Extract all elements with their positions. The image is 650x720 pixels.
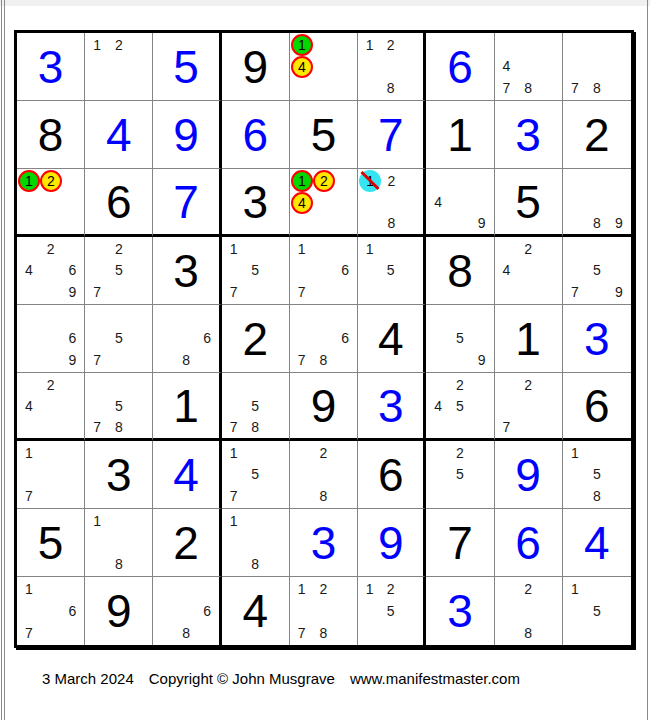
candidate-pos-9 — [130, 416, 152, 437]
given-digit: 3 — [242, 179, 268, 225]
candidate-8: 8 — [320, 625, 328, 641]
cell-r5c3[interactable]: 68 — [153, 305, 221, 373]
candidate-pos-7 — [427, 485, 449, 507]
cell-r3c4[interactable]: 3 — [222, 169, 290, 237]
candidate-4-yellow-circle[interactable]: 4 — [291, 56, 313, 78]
cell-r7c8[interactable]: 9 — [495, 441, 563, 509]
solved-digit: 3 — [584, 316, 610, 362]
candidate-pos-5 — [40, 600, 62, 622]
cell-r1c9[interactable]: 78 — [563, 33, 631, 101]
cell-r5c1[interactable]: 69 — [17, 305, 85, 373]
cell-r6c1[interactable]: 24 — [17, 373, 85, 441]
candidate-pos-6 — [608, 464, 630, 486]
candidate-7: 7 — [230, 419, 238, 435]
cell-r8c4[interactable]: 18 — [222, 509, 290, 577]
candidate-pos-7 — [154, 349, 175, 371]
candidate-1: 1 — [230, 241, 238, 257]
candidate-9: 9 — [68, 284, 76, 300]
candidate-2: 2 — [115, 37, 123, 53]
given-digit: 5 — [38, 520, 64, 566]
candidate-pos-2 — [380, 238, 401, 260]
window-right-border — [647, 0, 648, 720]
given-digit: 2 — [173, 520, 199, 566]
candidate-pos-6 — [539, 56, 561, 78]
candidate-6: 6 — [341, 262, 349, 278]
candidate-pos-1 — [564, 238, 586, 260]
candidate-1-cyan-circle-struck[interactable]: 1 — [359, 170, 381, 192]
cell-r5c8[interactable]: 1 — [495, 305, 563, 373]
cell-r1c8[interactable]: 478 — [495, 33, 563, 101]
candidate-4-yellow-circle[interactable]: 4 — [291, 192, 313, 214]
candidate-pos-1 — [496, 238, 518, 260]
cell-r4c9[interactable]: 579 — [563, 237, 631, 305]
cell-r7c9[interactable]: 158 — [563, 441, 631, 509]
candidate-grid: 28 — [291, 442, 356, 507]
candidate-pos-5 — [108, 532, 130, 554]
cell-r9c8[interactable]: 28 — [495, 577, 563, 645]
candidate-8: 8 — [524, 80, 532, 96]
cell-r4c3[interactable]: 3 — [153, 237, 221, 305]
candidate-pos-4 — [86, 395, 108, 416]
candidate-pos-9 — [335, 214, 356, 233]
candidate-7: 7 — [503, 80, 511, 96]
cell-r7c3[interactable]: 4 — [153, 441, 221, 509]
candidate-pos-8 — [108, 281, 130, 303]
candidate-8: 8 — [388, 215, 396, 231]
given-digit: 7 — [447, 520, 473, 566]
candidate-pos-1: 1 — [359, 170, 381, 192]
candidate-pos-6 — [471, 191, 493, 212]
candidate-pos-1: 1 — [359, 34, 380, 56]
candidate-pos-6 — [130, 328, 152, 350]
cell-r6c9[interactable]: 6 — [563, 373, 631, 441]
candidate-9: 9 — [68, 352, 76, 368]
candidate-pos-9 — [130, 349, 152, 371]
candidate-pos-9 — [539, 77, 561, 99]
candidate-pos-1: 1 — [291, 578, 313, 600]
cell-r3c1[interactable]: 12 — [17, 169, 85, 237]
candidate-pos-8: 8 — [586, 485, 608, 507]
candidate-grid: 24 — [496, 238, 561, 303]
given-digit: 4 — [378, 316, 404, 362]
candidate-pos-6: 6 — [334, 328, 356, 350]
candidate-7: 7 — [230, 488, 238, 504]
candidate-pos-5: 5 — [244, 260, 266, 282]
candidate-pos-6 — [401, 260, 422, 282]
cell-r6c8[interactable]: 27 — [495, 373, 563, 441]
cell-r2c9[interactable]: 2 — [563, 101, 631, 169]
candidate-8: 8 — [251, 419, 259, 435]
cell-r5c2[interactable]: 57 — [85, 305, 153, 373]
candidate-pos-2 — [244, 374, 266, 395]
candidate-pos-7 — [564, 485, 586, 507]
cell-r7c4[interactable]: 157 — [222, 441, 290, 509]
cell-r9c2[interactable]: 9 — [85, 577, 153, 645]
candidate-grid: 18 — [86, 510, 151, 575]
candidate-pos-7 — [86, 553, 108, 575]
candidate-pos-6 — [402, 192, 423, 213]
candidate-grid: 25 — [427, 442, 492, 507]
candidate-2: 2 — [456, 445, 464, 461]
candidate-pos-7 — [291, 78, 313, 99]
cell-r8c3[interactable]: 2 — [153, 509, 221, 577]
candidate-pos-8 — [40, 213, 62, 234]
candidate-pos-6 — [539, 395, 561, 416]
candidate-pos-7: 7 — [18, 622, 40, 644]
candidate-pos-5 — [517, 395, 539, 416]
solved-digit: 3 — [311, 520, 337, 566]
cell-r7c2[interactable]: 3 — [85, 441, 153, 509]
candidate-pos-7 — [154, 622, 175, 644]
candidate-pos-2 — [586, 170, 608, 191]
candidate-pos-3 — [334, 238, 356, 260]
cell-r6c7[interactable]: 245 — [426, 373, 494, 441]
cell-r9c1[interactable]: 167 — [17, 577, 85, 645]
candidate-pos-8 — [517, 281, 539, 303]
cell-r7c5[interactable]: 28 — [290, 441, 358, 509]
candidate-pos-9 — [266, 485, 288, 507]
candidate-8: 8 — [115, 556, 123, 572]
candidate-pos-5 — [586, 191, 608, 212]
candidate-pos-2: 2 — [380, 34, 401, 56]
candidate-pos-1: 1 — [359, 238, 380, 260]
candidate-pos-9 — [61, 622, 83, 644]
candidate-pos-1: 1 — [18, 442, 40, 464]
candidate-pos-6 — [608, 260, 630, 282]
given-digit: 2 — [242, 316, 268, 362]
candidate-pos-2 — [40, 306, 62, 328]
cell-r9c3[interactable]: 68 — [153, 577, 221, 645]
cell-r4c2[interactable]: 257 — [85, 237, 153, 305]
cell-r5c7[interactable]: 59 — [426, 305, 494, 373]
candidate-pos-8 — [108, 349, 130, 371]
cell-r8c5[interactable]: 3 — [290, 509, 358, 577]
footer-website: www.manifestmaster.com — [350, 670, 520, 687]
candidate-1: 1 — [298, 581, 306, 597]
candidate-pos-7: 7 — [291, 622, 313, 644]
candidate-6: 6 — [68, 330, 76, 346]
candidate-grid: 68 — [154, 578, 217, 644]
candidate-pos-7 — [359, 622, 380, 644]
candidate-pos-2 — [108, 510, 130, 532]
cell-r4c4[interactable]: 157 — [222, 237, 290, 305]
candidate-pos-1 — [496, 374, 518, 395]
candidate-pos-4 — [496, 395, 518, 416]
cell-r1c6[interactable]: 128 — [358, 33, 426, 101]
candidate-pos-4: 4 — [496, 260, 518, 282]
candidate-pos-1: 1 — [223, 442, 245, 464]
cell-r2c5[interactable]: 5 — [290, 101, 358, 169]
candidate-pos-3 — [130, 34, 152, 56]
cell-r3c2[interactable]: 6 — [85, 169, 153, 237]
candidate-pos-9 — [401, 77, 422, 99]
cell-r3c9[interactable]: 89 — [563, 169, 631, 237]
candidate-pos-7 — [359, 77, 380, 99]
candidate-pos-3 — [608, 170, 630, 191]
candidate-pos-2: 2 — [108, 34, 130, 56]
candidate-pos-3 — [130, 374, 152, 395]
cell-r6c3[interactable]: 1 — [153, 373, 221, 441]
cell-r9c4[interactable]: 4 — [222, 577, 290, 645]
candidate-pos-6 — [61, 464, 83, 486]
cell-r9c7[interactable]: 3 — [426, 577, 494, 645]
candidate-2: 2 — [387, 581, 395, 597]
candidate-pos-6 — [608, 191, 630, 212]
candidate-1-green-circle[interactable]: 1 — [291, 170, 313, 192]
candidate-pos-8 — [40, 349, 62, 371]
solved-digit: 6 — [242, 112, 268, 158]
candidate-1-green-circle[interactable]: 1 — [291, 34, 313, 56]
cell-r6c6[interactable]: 3 — [358, 373, 426, 441]
candidate-pos-2: 2 — [517, 374, 539, 395]
candidate-pos-6 — [608, 600, 630, 622]
cell-r1c1[interactable]: 3 — [17, 33, 85, 101]
candidate-pos-4 — [291, 464, 313, 486]
cell-r4c5[interactable]: 167 — [290, 237, 358, 305]
candidate-pos-6 — [62, 192, 83, 213]
candidate-pos-7 — [86, 77, 108, 99]
cell-r2c4[interactable]: 6 — [222, 101, 290, 169]
candidate-4: 4 — [434, 194, 442, 210]
candidate-pos-7 — [564, 212, 586, 233]
solved-digit: 9 — [515, 452, 541, 498]
cell-r8c6[interactable]: 9 — [358, 509, 426, 577]
candidate-pos-9: 9 — [61, 349, 83, 371]
candidate-8: 8 — [593, 488, 601, 504]
candidate-pos-1: 1 — [18, 170, 40, 192]
candidate-pos-1: 1 — [223, 238, 245, 260]
candidate-pos-9 — [471, 416, 493, 437]
candidate-pos-3 — [401, 578, 422, 600]
candidate-pos-9 — [197, 622, 218, 644]
cell-r5c6[interactable]: 4 — [358, 305, 426, 373]
cell-r3c7[interactable]: 49 — [426, 169, 494, 237]
candidate-pos-3 — [61, 306, 83, 328]
candidate-pos-5 — [40, 328, 62, 350]
candidate-pos-2 — [40, 578, 62, 600]
candidate-pos-9 — [130, 281, 152, 303]
candidate-pos-3 — [539, 34, 561, 56]
cell-r9c9[interactable]: 15 — [563, 577, 631, 645]
candidate-2-yellow-circle[interactable]: 2 — [313, 170, 335, 192]
cell-r3c5[interactable]: 124 — [290, 169, 358, 237]
cell-r9c6[interactable]: 125 — [358, 577, 426, 645]
solved-digit: 6 — [515, 520, 541, 566]
cell-r1c4[interactable]: 9 — [222, 33, 290, 101]
candidate-pos-9 — [608, 485, 630, 507]
candidate-pos-9 — [334, 281, 356, 303]
cell-r2c2[interactable]: 4 — [85, 101, 153, 169]
cell-r8c8[interactable]: 6 — [495, 509, 563, 577]
candidate-pos-5 — [313, 464, 335, 486]
candidate-pos-6: 6 — [61, 328, 83, 350]
candidate-pos-1 — [291, 306, 313, 328]
cell-r8c7[interactable]: 7 — [426, 509, 494, 577]
sudoku-board: 3125914128647878849657132126731241284958… — [14, 30, 634, 648]
candidate-pos-9 — [402, 213, 423, 234]
candidate-pos-1: 1 — [564, 578, 586, 600]
candidate-pos-6 — [61, 395, 83, 416]
candidate-pos-3 — [197, 306, 218, 328]
candidate-pos-4 — [427, 328, 449, 350]
candidate-pos-5 — [176, 600, 197, 622]
candidate-pos-4 — [18, 464, 40, 486]
candidate-pos-3 — [335, 170, 356, 192]
candidate-pos-4 — [291, 328, 313, 350]
candidate-pos-6 — [335, 192, 356, 214]
candidate-pos-7 — [427, 416, 449, 437]
candidate-pos-7 — [496, 622, 518, 644]
cell-r2c8[interactable]: 3 — [495, 101, 563, 169]
window-top-strip — [0, 0, 650, 6]
candidate-pos-3 — [334, 306, 356, 328]
candidate-8: 8 — [251, 556, 259, 572]
candidate-pos-3 — [608, 34, 630, 56]
candidate-pos-4 — [86, 260, 108, 282]
given-digit: 5 — [311, 112, 337, 158]
candidate-pos-4: 4 — [427, 191, 449, 212]
candidate-pos-4: 4 — [291, 192, 313, 214]
candidate-pos-6 — [334, 56, 356, 78]
candidate-pos-5 — [40, 395, 62, 416]
given-digit: 9 — [242, 44, 268, 90]
given-digit: 5 — [515, 179, 541, 225]
candidate-pos-2: 2 — [449, 442, 471, 464]
candidate-pos-3 — [402, 170, 423, 192]
candidate-pos-3 — [266, 510, 288, 532]
candidate-7: 7 — [503, 419, 511, 435]
candidate-pos-2: 2 — [517, 238, 539, 260]
candidate-pos-3 — [401, 238, 422, 260]
candidate-7: 7 — [25, 625, 33, 641]
candidate-pos-5 — [517, 260, 539, 282]
candidate-1: 1 — [571, 581, 579, 597]
cell-r4c6[interactable]: 15 — [358, 237, 426, 305]
cell-r1c3[interactable]: 5 — [153, 33, 221, 101]
candidate-pos-3 — [539, 238, 561, 260]
cell-r6c4[interactable]: 578 — [222, 373, 290, 441]
candidate-pos-1: 1 — [564, 442, 586, 464]
cell-r6c2[interactable]: 578 — [85, 373, 153, 441]
candidate-pos-9: 9 — [608, 281, 630, 303]
candidate-pos-2: 2 — [108, 238, 130, 260]
candidate-pos-6 — [334, 600, 356, 622]
cell-r1c2[interactable]: 12 — [85, 33, 153, 101]
solved-digit: 9 — [173, 112, 199, 158]
solved-digit: 7 — [378, 112, 404, 158]
cell-r2c3[interactable]: 9 — [153, 101, 221, 169]
cell-r8c2[interactable]: 18 — [85, 509, 153, 577]
candidate-2: 2 — [115, 241, 123, 257]
candidate-pos-1 — [154, 306, 175, 328]
candidate-pos-3 — [61, 374, 83, 395]
cell-r6c5[interactable]: 9 — [290, 373, 358, 441]
candidate-pos-8 — [449, 212, 471, 233]
cell-r7c6[interactable]: 6 — [358, 441, 426, 509]
candidate-pos-6 — [401, 56, 422, 78]
candidate-pos-4 — [223, 464, 245, 486]
cell-r1c5[interactable]: 14 — [290, 33, 358, 101]
candidate-pos-1: 1 — [291, 170, 313, 192]
candidate-2: 2 — [47, 241, 55, 257]
candidate-pos-4 — [291, 600, 313, 622]
candidate-pos-7: 7 — [223, 281, 245, 303]
candidate-pos-1 — [154, 578, 175, 600]
cell-r2c7[interactable]: 1 — [426, 101, 494, 169]
candidate-pos-8 — [517, 416, 539, 437]
candidate-pos-2 — [244, 238, 266, 260]
candidate-pos-6 — [130, 532, 152, 554]
cell-r8c1[interactable]: 5 — [17, 509, 85, 577]
cell-r2c1[interactable]: 8 — [17, 101, 85, 169]
candidate-4: 4 — [25, 262, 33, 278]
cell-r5c4[interactable]: 2 — [222, 305, 290, 373]
solved-digit: 3 — [447, 588, 473, 634]
cell-r4c8[interactable]: 24 — [495, 237, 563, 305]
candidate-pos-3 — [471, 306, 493, 328]
cell-r4c1[interactable]: 2469 — [17, 237, 85, 305]
cell-r7c1[interactable]: 17 — [17, 441, 85, 509]
candidate-pos-7: 7 — [496, 77, 518, 99]
cell-r3c6[interactable]: 128 — [358, 169, 426, 237]
cell-r8c9[interactable]: 4 — [563, 509, 631, 577]
candidate-pos-8 — [449, 485, 471, 507]
candidate-pos-3 — [197, 578, 218, 600]
candidate-pos-5 — [40, 192, 62, 213]
candidate-pos-5 — [176, 328, 197, 350]
candidate-pos-3 — [471, 442, 493, 464]
cell-r3c8[interactable]: 5 — [495, 169, 563, 237]
candidate-pos-6: 6 — [197, 600, 218, 622]
candidate-grid: 128 — [359, 34, 422, 99]
cell-r3c3[interactable]: 7 — [153, 169, 221, 237]
candidate-1-green-circle[interactable]: 1 — [18, 170, 40, 192]
candidate-pos-9 — [266, 281, 288, 303]
candidate-pos-1 — [18, 238, 40, 260]
cell-r5c9[interactable]: 3 — [563, 305, 631, 373]
candidate-8: 8 — [524, 625, 532, 641]
cell-r4c7[interactable]: 8 — [426, 237, 494, 305]
candidate-pos-3 — [334, 578, 356, 600]
candidate-pos-2: 2 — [313, 442, 335, 464]
candidate-pos-9 — [266, 416, 288, 437]
cell-r5c5[interactable]: 678 — [290, 305, 358, 373]
solved-digit: 3 — [515, 112, 541, 158]
candidate-pos-9 — [401, 281, 422, 303]
candidate-2-yellow-circle[interactable]: 2 — [40, 170, 62, 192]
candidate-pos-9 — [266, 553, 288, 575]
candidate-pos-8 — [108, 77, 130, 99]
candidate-grid: 57 — [86, 306, 151, 371]
candidate-pos-4 — [564, 464, 586, 486]
candidate-pos-4 — [154, 600, 175, 622]
candidate-pos-3 — [266, 442, 288, 464]
candidate-pos-6 — [471, 395, 493, 416]
candidate-pos-8 — [40, 416, 62, 437]
candidate-7: 7 — [298, 284, 306, 300]
cell-r7c7[interactable]: 25 — [426, 441, 494, 509]
cell-r9c5[interactable]: 1278 — [290, 577, 358, 645]
candidate-pos-6 — [539, 260, 561, 282]
candidate-7: 7 — [93, 352, 101, 368]
candidate-grid: 578 — [223, 374, 288, 437]
cell-r1c7[interactable]: 6 — [426, 33, 494, 101]
candidate-pos-7 — [427, 349, 449, 371]
candidate-pos-5 — [586, 56, 608, 78]
candidate-grid: 245 — [427, 374, 492, 437]
cell-r2c6[interactable]: 7 — [358, 101, 426, 169]
candidate-pos-9 — [334, 349, 356, 371]
